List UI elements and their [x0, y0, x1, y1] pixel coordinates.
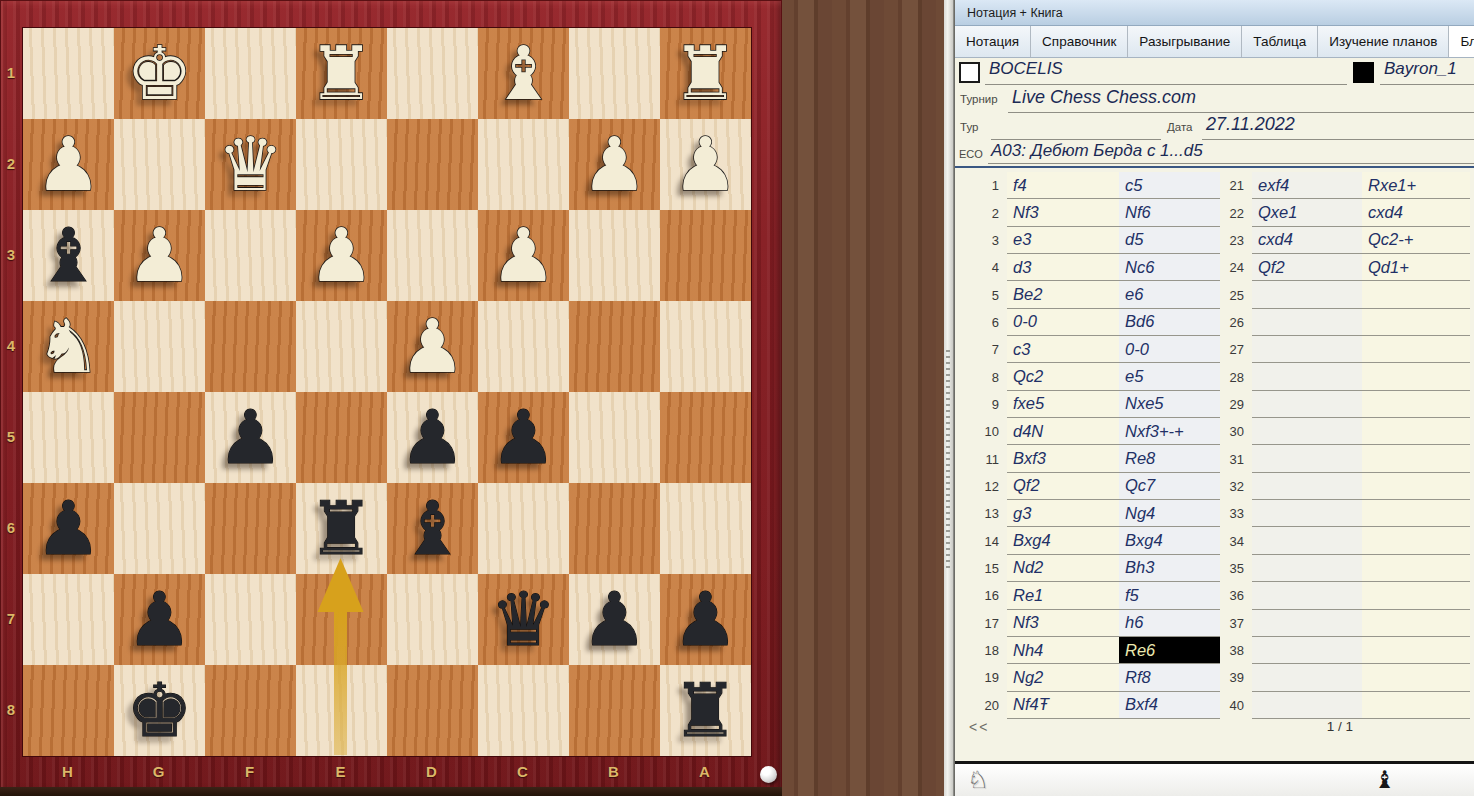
move-7-white[interactable]: c3 [1007, 336, 1119, 363]
move-number-1: 1 [955, 172, 1007, 199]
square-g3[interactable]: ♟ [114, 210, 205, 301]
eco-underline [988, 163, 1474, 164]
black-rook[interactable]: ♜ [308, 483, 374, 574]
move-39-black[interactable] [1362, 664, 1470, 691]
white-player-underline [985, 84, 1347, 85]
move-13-white[interactable]: g3 [1007, 500, 1119, 527]
square-b5[interactable] [569, 392, 660, 483]
move-17-black[interactable]: h6 [1119, 610, 1220, 637]
move-23-black[interactable]: Qc2-+ [1362, 227, 1470, 254]
square-c5[interactable]: ♟ [478, 392, 569, 483]
rank-label-2: 2 [0, 118, 22, 209]
move-10-black[interactable]: Nxf3+-+ [1119, 418, 1220, 445]
move-14-black[interactable]: Bxg4 [1119, 527, 1220, 554]
move-24-white[interactable]: Qf2 [1252, 254, 1362, 281]
page-indicator: 1 / 1 [1285, 719, 1395, 734]
date-label: Дата [1167, 121, 1192, 133]
tab-2[interactable]: Справочник [1031, 26, 1128, 57]
rank-label-3: 3 [0, 209, 22, 300]
notation-panel: Нотация + Книга НотацияСправочникРазыгры… [954, 0, 1474, 796]
rank-label-4: 4 [0, 300, 22, 391]
move-18-white[interactable]: Nh4 [1007, 637, 1119, 664]
move-number-4: 4 [955, 254, 1007, 281]
square-a6[interactable] [660, 483, 751, 574]
chess-board-frame: 12345678 ♚♜♝♜♟♛♟♟♝♟♟♟♞♟♟♟♟♟♜♝♟♛♟♟♚♜ HGFE… [0, 0, 782, 796]
panel-title-bar: Нотация + Книга [955, 0, 1474, 26]
square-h2[interactable]: ♟ [23, 119, 114, 210]
move-number-14: 14 [955, 527, 1007, 554]
white-bishop[interactable]: ♝ [490, 28, 556, 119]
black-player-underline [1380, 84, 1474, 85]
white-player-icon [959, 62, 980, 83]
black-player-name[interactable]: Bayron_1 [1384, 59, 1457, 79]
move-16-black[interactable]: f5 [1119, 582, 1220, 609]
move-3-black[interactable]: d5 [1119, 227, 1220, 254]
white-pawn[interactable]: ♟ [308, 210, 374, 301]
move-number-7: 7 [955, 336, 1007, 363]
scroll-back-button[interactable]: << [969, 719, 989, 735]
square-d7[interactable] [387, 574, 478, 665]
move-25-black[interactable] [1362, 281, 1470, 308]
move-32-black[interactable] [1362, 473, 1470, 500]
move-8-black[interactable]: e5 [1119, 363, 1220, 390]
black-pawn[interactable]: ♟ [399, 392, 465, 483]
black-player-icon [1353, 62, 1374, 83]
square-h7[interactable] [23, 574, 114, 665]
square-b8[interactable] [569, 665, 660, 756]
square-e8[interactable] [296, 665, 387, 756]
file-label-d: D [386, 757, 477, 785]
square-e2[interactable] [296, 119, 387, 210]
square-f1[interactable] [205, 28, 296, 119]
square-f6[interactable] [205, 483, 296, 574]
round-underline [991, 139, 1161, 140]
black-rook[interactable]: ♜ [672, 665, 738, 756]
square-b7[interactable]: ♟ [569, 574, 660, 665]
move-29-black[interactable] [1362, 391, 1470, 418]
tournament-underline [1008, 112, 1474, 113]
white-pawn[interactable]: ♟ [490, 210, 556, 301]
move-38-white[interactable] [1252, 637, 1362, 664]
black-pawn[interactable]: ♟ [490, 392, 556, 483]
move-number-3: 3 [955, 227, 1007, 254]
square-f7[interactable] [205, 574, 296, 665]
move-number-35: 35 [1220, 555, 1252, 582]
move-11-black[interactable]: Re8 [1119, 445, 1220, 472]
square-d1[interactable] [387, 28, 478, 119]
move-7-black[interactable]: 0-0 [1119, 336, 1220, 363]
move-24-black[interactable]: Qd1+ [1362, 254, 1470, 281]
date-value[interactable]: 27.11.2022 [1206, 114, 1295, 135]
square-e1[interactable]: ♜ [296, 28, 387, 119]
file-label-f: F [204, 757, 295, 785]
move-6-white[interactable]: 0-0 [1007, 309, 1119, 336]
black-pawn[interactable]: ♟ [35, 483, 101, 574]
file-label-b: B [568, 757, 659, 785]
square-c2[interactable] [478, 119, 569, 210]
white-pawn[interactable]: ♟ [581, 119, 647, 210]
move-37-white[interactable] [1252, 610, 1362, 637]
square-f8[interactable] [205, 665, 296, 756]
move-3-white[interactable]: e3 [1007, 227, 1119, 254]
rank-label-1: 1 [0, 27, 22, 118]
move-number-34: 34 [1220, 527, 1252, 554]
move-4-white[interactable]: d3 [1007, 254, 1119, 281]
square-e6[interactable]: ♜ [296, 483, 387, 574]
move-21-black[interactable]: Rxe1+ [1362, 172, 1470, 199]
move-number-27: 27 [1220, 336, 1252, 363]
square-c4[interactable] [478, 301, 569, 392]
move-35-black[interactable] [1362, 555, 1470, 582]
white-pawn[interactable]: ♟ [35, 119, 101, 210]
move-38-black[interactable] [1362, 637, 1470, 664]
square-c8[interactable] [478, 665, 569, 756]
square-a4[interactable] [660, 301, 751, 392]
square-d2[interactable] [387, 119, 478, 210]
square-g1[interactable]: ♚ [114, 28, 205, 119]
board-floor-shadow [0, 787, 782, 796]
move-28-black[interactable] [1362, 363, 1470, 390]
move-number-36: 36 [1220, 582, 1252, 609]
move-number-25: 25 [1220, 281, 1252, 308]
square-e5[interactable] [296, 392, 387, 483]
tab-1[interactable]: Нотация [955, 26, 1031, 57]
square-a2[interactable]: ♟ [660, 119, 751, 210]
move-number-29: 29 [1220, 391, 1252, 418]
black-pawn[interactable]: ♟ [217, 392, 283, 483]
move-27-black[interactable] [1362, 336, 1470, 363]
move-number-22: 22 [1220, 199, 1252, 226]
white-knight[interactable]: ♞ [35, 301, 101, 392]
move-number-28: 28 [1220, 363, 1252, 390]
move-33-white[interactable] [1252, 500, 1362, 527]
move-21-white[interactable]: exf4 [1252, 172, 1362, 199]
move-number-17: 17 [955, 610, 1007, 637]
move-number-37: 37 [1220, 610, 1252, 637]
move-31-white[interactable] [1252, 445, 1362, 472]
move-18-black[interactable]: Re6 [1119, 637, 1220, 664]
move-number-33: 33 [1220, 500, 1252, 527]
move-23-white[interactable]: cxd4 [1252, 227, 1362, 254]
move-9-black[interactable]: Nxe5 [1119, 391, 1220, 418]
square-c3[interactable]: ♟ [478, 210, 569, 301]
move-1-black[interactable]: c5 [1119, 172, 1220, 199]
move-number-24: 24 [1220, 254, 1252, 281]
square-c7[interactable]: ♛ [478, 574, 569, 665]
chess-board[interactable]: ♚♜♝♜♟♛♟♟♝♟♟♟♞♟♟♟♟♟♜♝♟♛♟♟♚♜ [22, 27, 752, 757]
square-d4[interactable]: ♟ [387, 301, 478, 392]
square-g7[interactable]: ♟ [114, 574, 205, 665]
move-12-white[interactable]: Qf2 [1007, 473, 1119, 500]
square-d8[interactable] [387, 665, 478, 756]
move-39-white[interactable] [1252, 664, 1362, 691]
square-c6[interactable] [478, 483, 569, 574]
square-g5[interactable] [114, 392, 205, 483]
move-number-23: 23 [1220, 227, 1252, 254]
move-9-white[interactable]: fxe5 [1007, 391, 1119, 418]
tab-5[interactable]: Изучение планов [1318, 26, 1449, 57]
white-pawn[interactable]: ♟ [672, 119, 738, 210]
rank-label-7: 7 [0, 573, 22, 664]
square-g4[interactable] [114, 301, 205, 392]
move-36-black[interactable] [1362, 582, 1470, 609]
move-number-30: 30 [1220, 418, 1252, 445]
move-30-black[interactable] [1362, 418, 1470, 445]
board-corner-ball [760, 766, 777, 783]
white-king[interactable]: ♚ [126, 28, 192, 119]
file-label-g: G [113, 757, 204, 785]
move-16-white[interactable]: Re1 [1007, 582, 1119, 609]
move-number-2: 2 [955, 199, 1007, 226]
square-g6[interactable] [114, 483, 205, 574]
file-label-a: A [659, 757, 750, 785]
move-34-black[interactable] [1362, 527, 1470, 554]
square-f5[interactable]: ♟ [205, 392, 296, 483]
move-5-black[interactable]: e6 [1119, 281, 1220, 308]
rank-label-5: 5 [0, 391, 22, 482]
tab-4[interactable]: Таблица [1242, 26, 1318, 57]
move-8-white[interactable]: Qc2 [1007, 363, 1119, 390]
square-c1[interactable]: ♝ [478, 28, 569, 119]
square-b2[interactable]: ♟ [569, 119, 660, 210]
square-h8[interactable] [23, 665, 114, 756]
move-28-white[interactable] [1252, 363, 1362, 390]
white-queen[interactable]: ♛ [217, 119, 283, 210]
move-number-32: 32 [1220, 473, 1252, 500]
move-number-38: 38 [1220, 637, 1252, 664]
move-15-black[interactable]: Bh3 [1119, 555, 1220, 582]
move-number-13: 13 [955, 500, 1007, 527]
move-number-31: 31 [1220, 445, 1252, 472]
square-h6[interactable]: ♟ [23, 483, 114, 574]
tournament-label: Турнир [960, 93, 998, 105]
eco-label: ECO [959, 148, 983, 160]
white-knight-icon: ♘ [967, 765, 989, 795]
round-label: Тур [960, 121, 978, 133]
square-e4[interactable] [296, 301, 387, 392]
square-a7[interactable]: ♟ [660, 574, 751, 665]
move-29-white[interactable] [1252, 391, 1362, 418]
move-35-white[interactable] [1252, 555, 1362, 582]
move-number-6: 6 [955, 309, 1007, 336]
move-22-white[interactable]: Qxe1 [1252, 199, 1362, 226]
square-g2[interactable] [114, 119, 205, 210]
square-a1[interactable]: ♜ [660, 28, 751, 119]
move-40-white[interactable] [1252, 692, 1362, 719]
black-bishop[interactable]: ♝ [399, 483, 465, 574]
move-13-black[interactable]: Ng4 [1119, 500, 1220, 527]
black-bishop[interactable]: ♝ [35, 210, 101, 301]
move-14-white[interactable]: Bxg4 [1007, 527, 1119, 554]
move-number-39: 39 [1220, 664, 1252, 691]
move-20-black[interactable]: Bxf4 [1119, 692, 1220, 719]
move-number-15: 15 [955, 555, 1007, 582]
panel-title: Нотация + Книга [967, 6, 1063, 20]
square-b1[interactable] [569, 28, 660, 119]
move-number-19: 19 [955, 664, 1007, 691]
move-11-white[interactable]: Bxf3 [1007, 445, 1119, 472]
eco-value[interactable]: A03: Дебют Берда с 1...d5 [991, 141, 1203, 161]
square-e3[interactable]: ♟ [296, 210, 387, 301]
move-4-black[interactable]: Nc6 [1119, 254, 1220, 281]
square-d6[interactable]: ♝ [387, 483, 478, 574]
move-26-white[interactable] [1252, 309, 1362, 336]
square-a3[interactable] [660, 210, 751, 301]
book-pane: ♘ ♝ [955, 764, 1474, 796]
move-2-white[interactable]: Nf3 [1007, 199, 1119, 226]
white-pawn[interactable]: ♟ [126, 210, 192, 301]
square-h3[interactable]: ♝ [23, 210, 114, 301]
move-12-black[interactable]: Qc7 [1119, 473, 1220, 500]
move-26-black[interactable] [1362, 309, 1470, 336]
splitter-grip-icon [946, 350, 950, 570]
square-d5[interactable]: ♟ [387, 392, 478, 483]
square-b3[interactable] [569, 210, 660, 301]
square-f4[interactable] [205, 301, 296, 392]
white-rook[interactable]: ♜ [672, 28, 738, 119]
move-number-8: 8 [955, 363, 1007, 390]
tab-6[interactable]: Бланк [1449, 26, 1474, 57]
move-19-black[interactable]: Rf8 [1119, 664, 1220, 691]
square-h5[interactable] [23, 392, 114, 483]
move-37-black[interactable] [1362, 610, 1470, 637]
panel-tabs: НотацияСправочникРазыгрываниеТаблицаИзуч… [955, 26, 1474, 58]
white-player-name[interactable]: BOCELIS [989, 59, 1063, 79]
move-number-10: 10 [955, 418, 1007, 445]
move-32-white[interactable] [1252, 473, 1362, 500]
black-queen[interactable]: ♛ [490, 574, 556, 665]
moves-table-2: 21exf4Rxe1+22Qxe1cxd423cxd4Qc2-+24Qf2Qd1… [1220, 172, 1470, 719]
black-pawn[interactable]: ♟ [581, 574, 647, 665]
white-rook[interactable]: ♜ [308, 28, 374, 119]
move-34-white[interactable] [1252, 527, 1362, 554]
file-label-h: H [22, 757, 113, 785]
square-f3[interactable] [205, 210, 296, 301]
move-1-white[interactable]: f4 [1007, 172, 1119, 199]
square-e7[interactable] [296, 574, 387, 665]
move-number-18: 18 [955, 637, 1007, 664]
move-25-white[interactable] [1252, 281, 1362, 308]
move-20-white[interactable]: Nf4Ŧ [1007, 692, 1119, 719]
rank-label-6: 6 [0, 482, 22, 573]
black-king[interactable]: ♚ [126, 665, 192, 756]
rank-label-8: 8 [0, 664, 22, 755]
square-a5[interactable] [660, 392, 751, 483]
square-d3[interactable] [387, 210, 478, 301]
move-number-26: 26 [1220, 309, 1252, 336]
rank-labels: 12345678 [0, 27, 22, 755]
move-40-black[interactable] [1362, 692, 1470, 719]
tournament-value[interactable]: Live Chess Chess.com [1012, 87, 1196, 108]
move-36-white[interactable] [1252, 582, 1362, 609]
move-number-11: 11 [955, 445, 1007, 472]
square-a8[interactable]: ♜ [660, 665, 751, 756]
move-22-black[interactable]: cxd4 [1362, 199, 1470, 226]
move-5-white[interactable]: Be2 [1007, 281, 1119, 308]
square-g8[interactable]: ♚ [114, 665, 205, 756]
move-number-20: 20 [955, 692, 1007, 719]
move-number-16: 16 [955, 582, 1007, 609]
black-pawn[interactable]: ♟ [126, 574, 192, 665]
square-f2[interactable]: ♛ [205, 119, 296, 210]
square-h1[interactable] [23, 28, 114, 119]
move-number-5: 5 [955, 281, 1007, 308]
move-15-white[interactable]: Nd2 [1007, 555, 1119, 582]
move-2-black[interactable]: Nf6 [1119, 199, 1220, 226]
file-label-c: C [477, 757, 568, 785]
file-label-e: E [295, 757, 386, 785]
moves-table-1: 1f4c52Nf3Nf63e3d54d3Nc65Be2e660-0Bd67c30… [955, 172, 1220, 719]
move-19-white[interactable]: Ng2 [1007, 664, 1119, 691]
date-underline [1202, 139, 1474, 140]
move-30-white[interactable] [1252, 418, 1362, 445]
square-b4[interactable] [569, 301, 660, 392]
move-6-black[interactable]: Bd6 [1119, 309, 1220, 336]
move-number-12: 12 [955, 473, 1007, 500]
move-33-black[interactable] [1362, 500, 1470, 527]
tab-3[interactable]: Разыгрывание [1128, 26, 1242, 57]
move-17-white[interactable]: Nf3 [1007, 610, 1119, 637]
move-10-white[interactable]: d4N [1007, 418, 1119, 445]
white-pawn[interactable]: ♟ [399, 301, 465, 392]
header-separator [955, 166, 1474, 168]
move-number-21: 21 [1220, 172, 1252, 199]
square-b6[interactable] [569, 483, 660, 574]
move-31-black[interactable] [1362, 445, 1470, 472]
black-bishop-icon: ♝ [1374, 765, 1396, 795]
move-number-9: 9 [955, 391, 1007, 418]
move-number-40: 40 [1220, 692, 1252, 719]
black-pawn[interactable]: ♟ [672, 574, 738, 665]
square-h4[interactable]: ♞ [23, 301, 114, 392]
file-labels: HGFEDCBA [22, 757, 750, 785]
move-27-white[interactable] [1252, 336, 1362, 363]
panel-splitter[interactable] [944, 0, 954, 796]
